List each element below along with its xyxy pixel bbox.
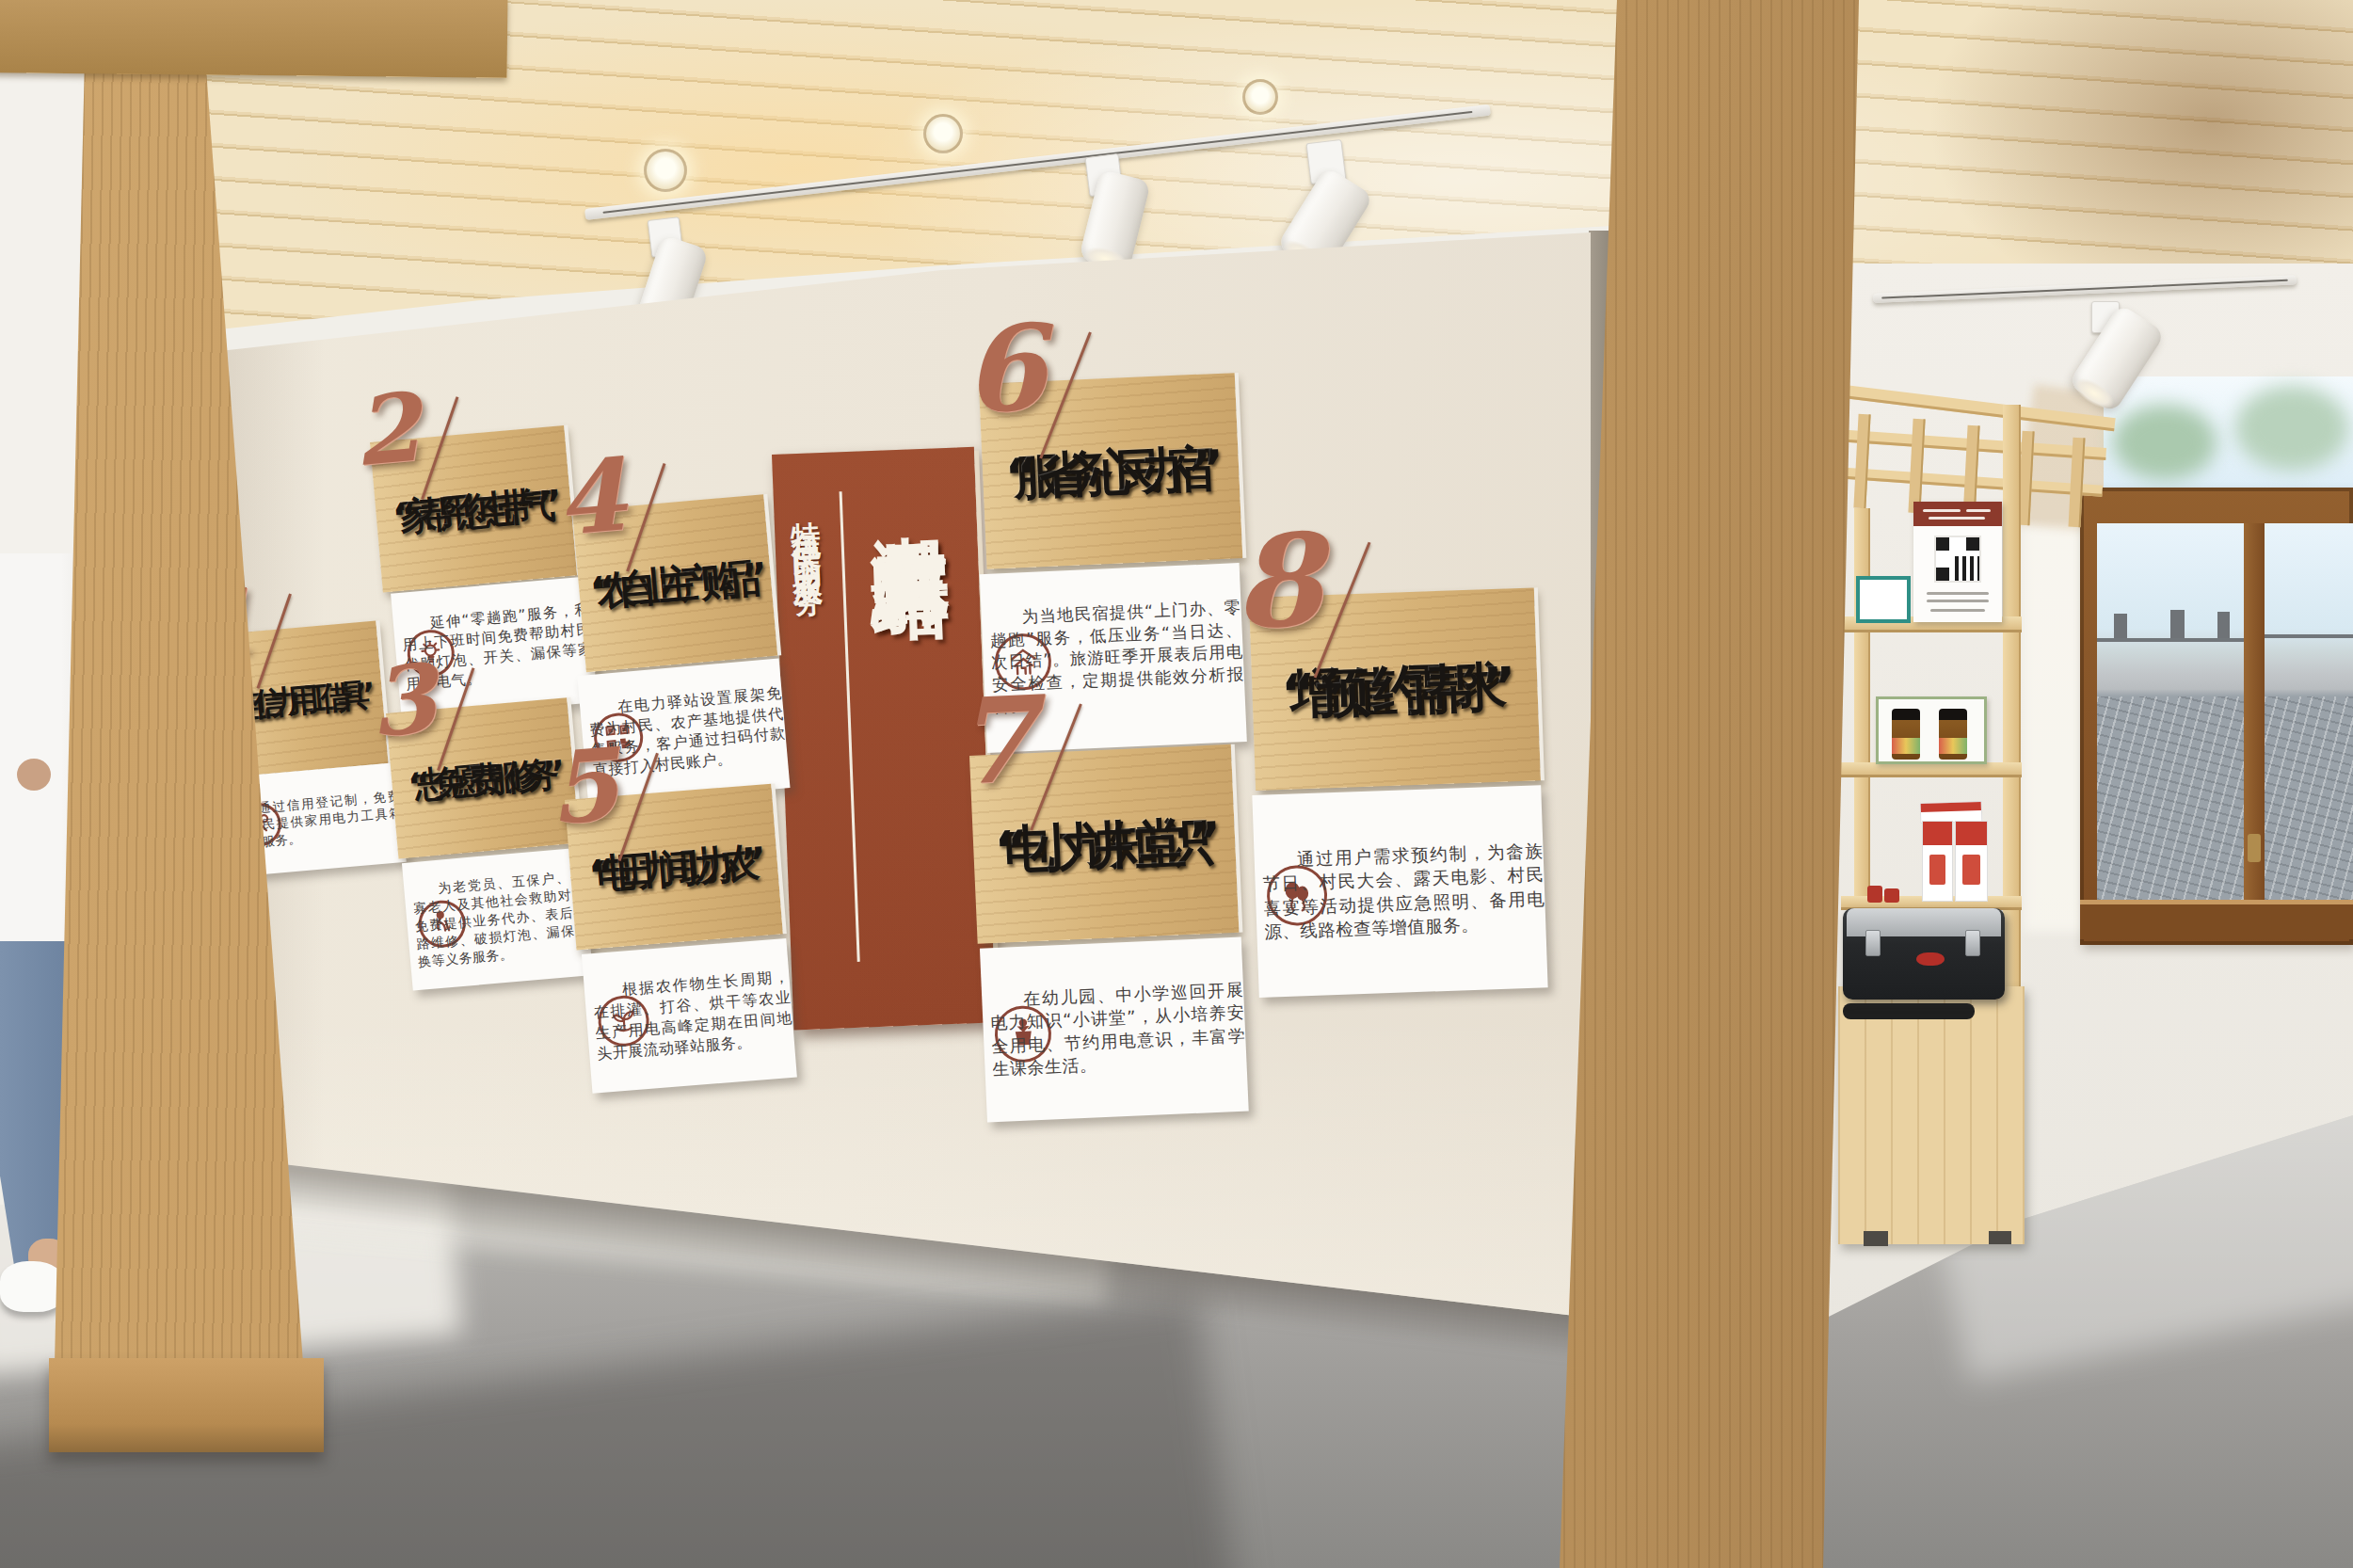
panel-number: 3	[366, 651, 440, 751]
poster-text-line	[1927, 592, 1989, 595]
cabinet-handle-groove	[1843, 1003, 1975, 1019]
small-red-item	[1867, 886, 1882, 903]
panel-number: 8	[1231, 517, 1324, 647]
qr-service-poster	[1913, 502, 2002, 622]
panel-number: 6	[961, 308, 1048, 429]
panel-number: 7	[952, 680, 1038, 801]
window-pane-right	[2265, 523, 2353, 900]
window-sill	[2080, 900, 2353, 939]
roof-ridge	[2265, 634, 2353, 638]
panel-body-text: 在电力驿站设置展架免费为村民、农产基地提供代售服务，客户通过扫码付款直接打入村民…	[587, 682, 789, 780]
service-panel-5: 5 电力助农 “田间办” 根据农作物生长周期，在排灌、打谷、烘干等农业生产用电高…	[565, 783, 808, 1100]
roof-chimney	[2114, 614, 2127, 640]
cabinet-foot	[1989, 1231, 2011, 1244]
roof-chimney	[2170, 610, 2185, 638]
panel-body-text: 在幼儿园、中小学巡回开展电力知识“小讲堂”，从小培养安全用电、节约用电意识，丰富…	[989, 978, 1247, 1081]
poster-text-line	[1930, 609, 1985, 612]
sign-divider-line	[840, 491, 860, 962]
small-red-item	[1884, 888, 1899, 903]
qr-code-graphic	[1936, 537, 1979, 581]
top-wood-beam	[0, 0, 507, 78]
visitor-hand	[17, 759, 51, 791]
panel-quote: “小讲堂”	[993, 807, 1225, 886]
honey-jar	[1939, 709, 1967, 760]
exhibition-room-photo: 特色便民助农服务 瀫川電力驛站 1 电力工具 “信用借” 通过信用登记制，免费为…	[0, 0, 2353, 1568]
panel-quote: “预约帮”	[1280, 651, 1519, 731]
panel-info-card: 根据农作物生长周期，在排灌、打谷、烘干等农业生产用电高峰定期在田间地头开展流动驿…	[582, 938, 797, 1094]
recessed-light-icon	[1242, 79, 1278, 115]
poster-header-band	[1913, 502, 2002, 526]
recessed-light-icon	[644, 149, 687, 192]
panel-body-text: 根据农作物生长周期，在排灌、打谷、烘干等农业生产用电高峰定期在田间地头开展流动驿…	[591, 967, 794, 1064]
wood-cabinet	[1838, 986, 2025, 1244]
panel-number: 5	[545, 735, 621, 839]
roof-chimney	[2217, 612, 2230, 638]
jar-gift-box	[1876, 696, 1987, 764]
panel-number: 4	[552, 445, 629, 550]
product-box	[1922, 821, 1953, 902]
window-handle	[2248, 834, 2261, 862]
pen-display-box	[1856, 576, 1911, 623]
tree-foliage	[2235, 386, 2348, 471]
sky-opening	[2104, 376, 2353, 494]
panel-quote: “田间办”	[587, 835, 771, 902]
toolbox-latch-icon	[1865, 930, 1881, 956]
panel-quote: “免费修”	[406, 749, 568, 810]
recessed-light-icon	[923, 114, 963, 153]
honey-jar	[1892, 709, 1920, 760]
tree-foliage	[2113, 405, 2217, 480]
panel-info-card: 通过用户需求预约制，为畲族节日、村民大会、露天电影、村民喜宴等活动提供应急照明、…	[1252, 785, 1547, 998]
panel-quote: “自主购”	[588, 551, 772, 618]
shelf-board	[1841, 762, 2022, 777]
panel-number: 2	[350, 380, 424, 480]
window-pane-left	[2097, 523, 2244, 900]
panel-body-text: 通过用户需求预约制，为畲族节日、村民大会、露天电影、村民喜宴等活动提供应急照明、…	[1261, 839, 1545, 944]
toolbox-latch-icon	[1965, 930, 1980, 956]
panel-info-card: 在幼儿园、中小学巡回开展电力知识“小讲堂”，从小培养安全用电、节约用电意识，丰富…	[980, 937, 1249, 1123]
toolbox-logo	[1916, 952, 1945, 966]
service-panel-8: 8 增值需求 “预约帮” 通过用户需求预约制，为畲族节日、村民大会、露天电影、村…	[1249, 587, 1560, 1002]
left-pillar-base	[49, 1358, 324, 1452]
panel-quote: “省心办”	[1004, 435, 1227, 510]
panel-quote: “帮您带”	[391, 477, 567, 544]
service-panel-7: 7 电力知识 “小讲堂” 在幼儿园、中小学巡回开展电力知识“小讲堂”，从小培养安…	[969, 744, 1258, 1127]
product-box	[1955, 821, 1988, 902]
panel-body-text: 为老党员、五保户、孤寡老人及其他社会救助对象免费提供业务代办、表后线路维修、破损…	[411, 867, 592, 971]
poster-text-line	[1927, 600, 1989, 602]
cabinet-foot	[1864, 1231, 1888, 1246]
roof-ridge	[2097, 638, 2244, 642]
panel-info-card: 为老党员、五保户、孤寡老人及其他社会救助对象免费提供业务代办、表后线路维修、破损…	[402, 847, 593, 990]
